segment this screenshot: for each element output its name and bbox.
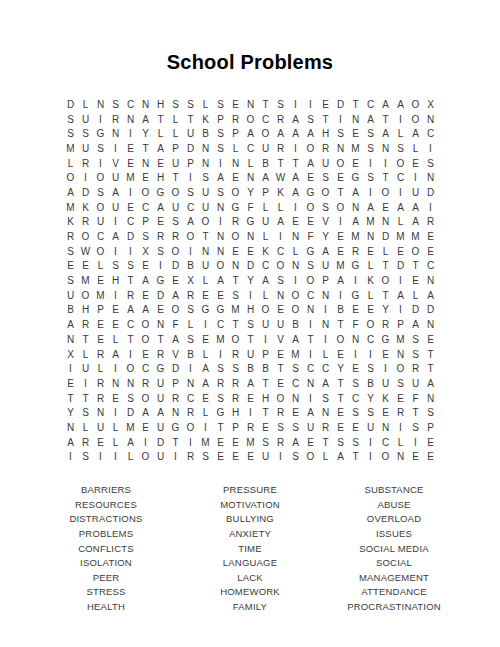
grid-cell-r7c7: G bbox=[153, 185, 168, 200]
grid-cell-r11c12: E bbox=[228, 244, 243, 259]
grid-cell-r3c18: H bbox=[318, 126, 333, 141]
grid-cell-r8c12: G bbox=[228, 200, 243, 215]
grid-cell-r5c3: I bbox=[93, 156, 108, 171]
grid-cell-r18c11: I bbox=[213, 347, 228, 362]
grid-cell-r10c11: N bbox=[213, 229, 228, 244]
grid-cell-r11c5: I bbox=[123, 244, 138, 259]
grid-cell-r20c22: U bbox=[378, 376, 393, 391]
grid-cell-r8c1: M bbox=[63, 200, 78, 215]
grid-cell-r9c25: R bbox=[423, 215, 438, 230]
grid-cell-r22c16: E bbox=[288, 405, 303, 420]
grid-cell-r24c14: S bbox=[258, 435, 273, 450]
grid-cell-r15c17: N bbox=[303, 303, 318, 318]
grid-cell-r22c4: I bbox=[108, 405, 123, 420]
grid-cell-r25c18: L bbox=[318, 450, 333, 465]
grid-cell-r10c25: E bbox=[423, 229, 438, 244]
grid-cell-r7c20: A bbox=[348, 185, 363, 200]
grid-cell-r11c14: K bbox=[258, 244, 273, 259]
grid-cell-r8c2: K bbox=[78, 200, 93, 215]
grid-cell-r4c12: L bbox=[228, 141, 243, 156]
grid-cell-r11c24: O bbox=[408, 244, 423, 259]
grid-cell-r11c16: L bbox=[288, 244, 303, 259]
grid-cell-r3c7: L bbox=[153, 126, 168, 141]
grid-cell-r6c12: E bbox=[228, 170, 243, 185]
grid-cell-r10c24: M bbox=[408, 229, 423, 244]
grid-cell-r19c2: U bbox=[78, 361, 93, 376]
grid-cell-r5c1: L bbox=[63, 156, 78, 171]
grid-cell-r4c19: N bbox=[333, 141, 348, 156]
word-list-item: SOCIAL bbox=[322, 556, 466, 571]
grid-cell-r16c11: C bbox=[213, 317, 228, 332]
grid-cell-r13c7: G bbox=[153, 273, 168, 288]
grid-cell-r14c6: E bbox=[138, 288, 153, 303]
grid-cell-r6c16: A bbox=[288, 170, 303, 185]
grid-cell-r19c3: L bbox=[93, 361, 108, 376]
grid-cell-r5c12: N bbox=[228, 156, 243, 171]
grid-cell-r5c14: B bbox=[258, 156, 273, 171]
grid-cell-r20c19: T bbox=[333, 376, 348, 391]
grid-cell-r14c11: E bbox=[213, 288, 228, 303]
grid-cell-r23c20: E bbox=[348, 420, 363, 435]
grid-cell-r22c7: A bbox=[153, 405, 168, 420]
grid-cell-r23c7: U bbox=[153, 420, 168, 435]
grid-cell-r18c10: L bbox=[198, 347, 213, 362]
grid-cell-r5c9: P bbox=[183, 156, 198, 171]
grid-cell-r23c18: R bbox=[318, 420, 333, 435]
grid-cell-r8c4: U bbox=[108, 200, 123, 215]
grid-cell-r23c16: S bbox=[288, 420, 303, 435]
grid-cell-r19c24: R bbox=[408, 361, 423, 376]
grid-cell-r16c16: B bbox=[288, 317, 303, 332]
grid-cell-r5c19: O bbox=[333, 156, 348, 171]
grid-cell-r7c11: S bbox=[213, 185, 228, 200]
grid-cell-r12c3: L bbox=[93, 259, 108, 274]
grid-cell-r5c13: L bbox=[243, 156, 258, 171]
grid-cell-r20c13: A bbox=[243, 376, 258, 391]
grid-cell-r22c11: G bbox=[213, 405, 228, 420]
grid-cell-r8c14: L bbox=[258, 200, 273, 215]
grid-cell-r18c22: E bbox=[378, 347, 393, 362]
grid-cell-r19c20: E bbox=[348, 361, 363, 376]
grid-cell-r1c8: S bbox=[168, 97, 183, 112]
grid-cell-r23c19: E bbox=[333, 420, 348, 435]
grid-cell-r5c21: I bbox=[363, 156, 378, 171]
grid-cell-r18c4: A bbox=[108, 347, 123, 362]
word-list-column-3: SUBSTANCEABUSEOVERLOADISSUESSOCIAL MEDIA… bbox=[322, 483, 466, 615]
grid-cell-r14c12: S bbox=[228, 288, 243, 303]
grid-cell-r16c13: S bbox=[243, 317, 258, 332]
grid-cell-r5c10: N bbox=[198, 156, 213, 171]
grid-cell-r24c25: E bbox=[423, 435, 438, 450]
grid-cell-r14c22: T bbox=[378, 288, 393, 303]
grid-cell-r19c1: I bbox=[63, 361, 78, 376]
grid-cell-r21c9: C bbox=[183, 391, 198, 406]
grid-cell-r3c22: A bbox=[378, 126, 393, 141]
grid-cell-r10c7: R bbox=[153, 229, 168, 244]
grid-cell-r6c17: E bbox=[303, 170, 318, 185]
grid-cell-r14c15: N bbox=[273, 288, 288, 303]
grid-cell-r8c11: N bbox=[213, 200, 228, 215]
grid-cell-r25c23: N bbox=[393, 450, 408, 465]
grid-cell-r3c24: A bbox=[408, 126, 423, 141]
grid-cell-r13c11: A bbox=[213, 273, 228, 288]
grid-cell-r15c5: A bbox=[123, 303, 138, 318]
grid-cell-r23c25: P bbox=[423, 420, 438, 435]
grid-cell-r21c3: R bbox=[93, 391, 108, 406]
grid-cell-r15c22: Y bbox=[378, 303, 393, 318]
grid-cell-r8c3: O bbox=[93, 200, 108, 215]
grid-cell-r7c4: A bbox=[108, 185, 123, 200]
grid-cell-r19c9: I bbox=[183, 361, 198, 376]
grid-cell-r13c24: E bbox=[408, 273, 423, 288]
grid-cell-r23c22: N bbox=[378, 420, 393, 435]
grid-cell-r22c5: D bbox=[123, 405, 138, 420]
grid-cell-r24c11: E bbox=[213, 435, 228, 450]
grid-cell-r17c13: T bbox=[243, 332, 258, 347]
grid-cell-r3c17: A bbox=[303, 126, 318, 141]
grid-cell-r5c20: E bbox=[348, 156, 363, 171]
grid-cell-r14c10: E bbox=[198, 288, 213, 303]
grid-cell-r22c22: E bbox=[378, 405, 393, 420]
grid-cell-r16c2: R bbox=[78, 317, 93, 332]
grid-cell-r16c17: I bbox=[303, 317, 318, 332]
grid-cell-r1c17: I bbox=[303, 97, 318, 112]
grid-cell-r18c16: M bbox=[288, 347, 303, 362]
grid-cell-r12c18: U bbox=[318, 259, 333, 274]
grid-cell-r16c12: T bbox=[228, 317, 243, 332]
grid-cell-r9c13: G bbox=[243, 215, 258, 230]
grid-cell-r8c6: C bbox=[138, 200, 153, 215]
grid-cell-r11c23: E bbox=[393, 244, 408, 259]
grid-cell-r3c25: C bbox=[423, 126, 438, 141]
grid-cell-r24c17: E bbox=[303, 435, 318, 450]
grid-cell-r20c12: R bbox=[228, 376, 243, 391]
grid-cell-r17c1: N bbox=[63, 332, 78, 347]
grid-cell-r10c14: L bbox=[258, 229, 273, 244]
grid-cell-r15c3: P bbox=[93, 303, 108, 318]
grid-cell-r3c16: A bbox=[288, 126, 303, 141]
grid-cell-r16c6: O bbox=[138, 317, 153, 332]
grid-cell-r21c16: N bbox=[288, 391, 303, 406]
grid-cell-r13c18: P bbox=[318, 273, 333, 288]
grid-cell-r7c12: O bbox=[228, 185, 243, 200]
grid-cell-r1c7: H bbox=[153, 97, 168, 112]
grid-cell-r13c25: N bbox=[423, 273, 438, 288]
grid-cell-r10c9: O bbox=[183, 229, 198, 244]
grid-cell-r2c9: T bbox=[183, 112, 198, 127]
grid-cell-r25c11: E bbox=[213, 450, 228, 465]
grid-cell-r5c22: I bbox=[378, 156, 393, 171]
grid-cell-r10c23: M bbox=[393, 229, 408, 244]
grid-cell-r13c12: T bbox=[228, 273, 243, 288]
grid-cell-r15c7: E bbox=[153, 303, 168, 318]
grid-cell-r6c11: A bbox=[213, 170, 228, 185]
grid-cell-r5c24: E bbox=[408, 156, 423, 171]
grid-cell-r16c15: U bbox=[273, 317, 288, 332]
grid-cell-r11c7: S bbox=[153, 244, 168, 259]
grid-cell-r21c6: O bbox=[138, 391, 153, 406]
grid-cell-r6c10: S bbox=[198, 170, 213, 185]
grid-cell-r3c19: S bbox=[333, 126, 348, 141]
grid-cell-r6c8: T bbox=[168, 170, 183, 185]
puzzle-title: School Problems bbox=[0, 51, 500, 74]
grid-cell-r6c25: N bbox=[423, 170, 438, 185]
grid-cell-r25c21: I bbox=[363, 450, 378, 465]
grid-cell-r12c16: N bbox=[288, 259, 303, 274]
grid-cell-r9c19: I bbox=[333, 215, 348, 230]
grid-cell-r23c21: U bbox=[363, 420, 378, 435]
grid-cell-r19c7: G bbox=[153, 361, 168, 376]
grid-cell-r18c15: E bbox=[273, 347, 288, 362]
grid-cell-r7c15: K bbox=[273, 185, 288, 200]
grid-cell-r9c15: A bbox=[273, 215, 288, 230]
grid-cell-r9c8: S bbox=[168, 215, 183, 230]
grid-cell-r10c6: S bbox=[138, 229, 153, 244]
grid-cell-r19c18: C bbox=[318, 361, 333, 376]
letter-grid: DLNSCNHSSLSENTSIIEDTCAAOXSUIRNATLTKPROCR… bbox=[63, 97, 438, 464]
grid-cell-r2c15: R bbox=[273, 112, 288, 127]
grid-cell-r18c9: B bbox=[183, 347, 198, 362]
grid-cell-r15c14: O bbox=[258, 303, 273, 318]
grid-cell-r4c18: R bbox=[318, 141, 333, 156]
grid-cell-r1c23: A bbox=[393, 97, 408, 112]
grid-cell-r1c20: T bbox=[348, 97, 363, 112]
grid-cell-r8c15: L bbox=[273, 200, 288, 215]
grid-cell-r22c23: R bbox=[393, 405, 408, 420]
grid-cell-r19c11: S bbox=[213, 361, 228, 376]
grid-cell-r24c22: C bbox=[378, 435, 393, 450]
grid-cell-r14c2: O bbox=[78, 288, 93, 303]
grid-cell-r8c22: E bbox=[378, 200, 393, 215]
grid-cell-r7c14: P bbox=[258, 185, 273, 200]
grid-cell-r15c15: E bbox=[273, 303, 288, 318]
grid-cell-r18c14: P bbox=[258, 347, 273, 362]
grid-cell-r12c9: B bbox=[183, 259, 198, 274]
grid-cell-r25c1: I bbox=[63, 450, 78, 465]
grid-cell-r1c21: C bbox=[363, 97, 378, 112]
grid-cell-r12c13: D bbox=[243, 259, 258, 274]
grid-cell-r13c14: A bbox=[258, 273, 273, 288]
grid-cell-r8c8: U bbox=[168, 200, 183, 215]
grid-cell-r25c14: U bbox=[258, 450, 273, 465]
grid-cell-r8c9: C bbox=[183, 200, 198, 215]
grid-cell-r21c7: U bbox=[153, 391, 168, 406]
grid-cell-r13c8: E bbox=[168, 273, 183, 288]
grid-cell-r18c3: R bbox=[93, 347, 108, 362]
word-list-item: RESOURCES bbox=[34, 498, 178, 513]
grid-cell-r6c24: I bbox=[408, 170, 423, 185]
grid-cell-r5c4: V bbox=[108, 156, 123, 171]
grid-cell-r3c8: L bbox=[168, 126, 183, 141]
grid-cell-r11c20: R bbox=[348, 244, 363, 259]
grid-cell-r10c15: I bbox=[273, 229, 288, 244]
grid-cell-r14c24: L bbox=[408, 288, 423, 303]
grid-cell-r22c14: T bbox=[258, 405, 273, 420]
grid-cell-r24c10: M bbox=[198, 435, 213, 450]
grid-cell-r12c12: N bbox=[228, 259, 243, 274]
grid-cell-r11c19: E bbox=[333, 244, 348, 259]
word-list-column-1: BARRIERSRESOURCESDISTRACTIONSPROBLEMSCON… bbox=[34, 483, 178, 615]
grid-cell-r12c2: E bbox=[78, 259, 93, 274]
grid-cell-r13c6: A bbox=[138, 273, 153, 288]
grid-cell-r21c25: N bbox=[423, 391, 438, 406]
grid-cell-r12c23: D bbox=[393, 259, 408, 274]
grid-cell-r2c18: T bbox=[318, 112, 333, 127]
grid-cell-r12c6: E bbox=[138, 259, 153, 274]
grid-cell-r14c1: U bbox=[63, 288, 78, 303]
grid-cell-r6c6: E bbox=[138, 170, 153, 185]
grid-cell-r5c8: U bbox=[168, 156, 183, 171]
grid-cell-r19c5: O bbox=[123, 361, 138, 376]
grid-cell-r4c7: A bbox=[153, 141, 168, 156]
grid-cell-r4c16: I bbox=[288, 141, 303, 156]
grid-cell-r4c17: O bbox=[303, 141, 318, 156]
grid-cell-r11c9: I bbox=[183, 244, 198, 259]
grid-cell-r23c5: M bbox=[123, 420, 138, 435]
grid-cell-r15c19: B bbox=[333, 303, 348, 318]
grid-cell-r15c10: G bbox=[198, 303, 213, 318]
grid-cell-r11c18: A bbox=[318, 244, 333, 259]
grid-cell-r21c23: E bbox=[393, 391, 408, 406]
grid-cell-r8c24: A bbox=[408, 200, 423, 215]
grid-cell-r18c20: I bbox=[348, 347, 363, 362]
grid-cell-r18c23: N bbox=[393, 347, 408, 362]
grid-cell-r17c9: S bbox=[183, 332, 198, 347]
grid-cell-r25c22: O bbox=[378, 450, 393, 465]
grid-cell-r25c19: A bbox=[333, 450, 348, 465]
grid-cell-r18c25: T bbox=[423, 347, 438, 362]
grid-cell-r13c23: I bbox=[393, 273, 408, 288]
grid-cell-r9c12: R bbox=[228, 215, 243, 230]
grid-cell-r19c12: S bbox=[228, 361, 243, 376]
grid-cell-r14c19: I bbox=[333, 288, 348, 303]
word-list-item: STRESS bbox=[34, 585, 178, 600]
word-list-item: MANAGEMENT bbox=[322, 571, 466, 586]
grid-cell-r2c14: C bbox=[258, 112, 273, 127]
grid-cell-r9c16: E bbox=[288, 215, 303, 230]
grid-cell-r6c1: O bbox=[63, 170, 78, 185]
grid-cell-r2c13: O bbox=[243, 112, 258, 127]
grid-cell-r25c8: I bbox=[168, 450, 183, 465]
grid-cell-r25c20: T bbox=[348, 450, 363, 465]
grid-cell-r8c16: I bbox=[288, 200, 303, 215]
grid-cell-r9c4: I bbox=[108, 215, 123, 230]
grid-cell-r7c6: O bbox=[138, 185, 153, 200]
grid-cell-r16c22: R bbox=[378, 317, 393, 332]
grid-cell-r13c3: E bbox=[93, 273, 108, 288]
grid-cell-r24c2: R bbox=[78, 435, 93, 450]
grid-cell-r1c2: L bbox=[78, 97, 93, 112]
grid-cell-r6c21: S bbox=[363, 170, 378, 185]
word-list-item: ANXIETY bbox=[178, 527, 322, 542]
grid-cell-r16c19: T bbox=[333, 317, 348, 332]
grid-cell-r21c19: T bbox=[333, 391, 348, 406]
grid-cell-r25c12: E bbox=[228, 450, 243, 465]
grid-cell-r9c14: U bbox=[258, 215, 273, 230]
grid-cell-r19c4: I bbox=[108, 361, 123, 376]
grid-cell-r8c7: A bbox=[153, 200, 168, 215]
grid-cell-r10c4: A bbox=[108, 229, 123, 244]
grid-cell-r4c21: S bbox=[363, 141, 378, 156]
grid-cell-r14c21: L bbox=[363, 288, 378, 303]
worksheet-page: School Problems DLNSCNHSSLSENTSIIEDTCAAO… bbox=[0, 0, 500, 647]
grid-cell-r24c7: D bbox=[153, 435, 168, 450]
grid-cell-r21c13: E bbox=[243, 391, 258, 406]
grid-cell-r9c23: L bbox=[393, 215, 408, 230]
grid-cell-r2c6: A bbox=[138, 112, 153, 127]
grid-cell-r14c3: M bbox=[93, 288, 108, 303]
grid-cell-r17c15: V bbox=[273, 332, 288, 347]
grid-cell-r1c5: C bbox=[123, 97, 138, 112]
grid-cell-r6c15: W bbox=[273, 170, 288, 185]
grid-cell-r6c4: U bbox=[108, 170, 123, 185]
grid-cell-r12c21: L bbox=[363, 259, 378, 274]
grid-cell-r16c25: N bbox=[423, 317, 438, 332]
grid-cell-r9c17: E bbox=[303, 215, 318, 230]
grid-cell-r20c25: A bbox=[423, 376, 438, 391]
grid-cell-r17c19: O bbox=[333, 332, 348, 347]
grid-cell-r17c11: M bbox=[213, 332, 228, 347]
grid-cell-r1c4: S bbox=[108, 97, 123, 112]
grid-cell-r19c21: S bbox=[363, 361, 378, 376]
grid-cell-r7c23: I bbox=[393, 185, 408, 200]
word-list-item: FAMILY bbox=[178, 600, 322, 615]
grid-cell-r4c1: M bbox=[63, 141, 78, 156]
grid-cell-r20c6: R bbox=[138, 376, 153, 391]
grid-cell-r21c20: C bbox=[348, 391, 363, 406]
word-list-item: LACK bbox=[178, 571, 322, 586]
grid-cell-r15c23: I bbox=[393, 303, 408, 318]
grid-cell-r8c5: E bbox=[123, 200, 138, 215]
grid-cell-r17c3: E bbox=[93, 332, 108, 347]
grid-cell-r7c1: A bbox=[63, 185, 78, 200]
grid-cell-r7c8: O bbox=[168, 185, 183, 200]
grid-cell-r2c1: S bbox=[63, 112, 78, 127]
grid-cell-r5c25: S bbox=[423, 156, 438, 171]
grid-cell-r25c6: O bbox=[138, 450, 153, 465]
grid-cell-r16c14: U bbox=[258, 317, 273, 332]
grid-cell-r9c24: A bbox=[408, 215, 423, 230]
grid-cell-r15c24: D bbox=[408, 303, 423, 318]
grid-cell-r7c10: U bbox=[198, 185, 213, 200]
grid-cell-r2c25: N bbox=[423, 112, 438, 127]
grid-cell-r4c25: I bbox=[423, 141, 438, 156]
grid-cell-r4c2: U bbox=[78, 141, 93, 156]
word-list-item: ATTENDANCE bbox=[322, 585, 466, 600]
word-list-column-2: PRESSUREMOTIVATIONBULLYINGANXIETYTIMELAN… bbox=[178, 483, 322, 615]
grid-cell-r6c9: I bbox=[183, 170, 198, 185]
grid-cell-r23c9: O bbox=[183, 420, 198, 435]
grid-cell-r25c16: S bbox=[288, 450, 303, 465]
grid-cell-r12c11: O bbox=[213, 259, 228, 274]
grid-cell-r9c20: A bbox=[348, 215, 363, 230]
grid-cell-r15c8: O bbox=[168, 303, 183, 318]
grid-cell-r4c20: M bbox=[348, 141, 363, 156]
word-list: BARRIERSRESOURCESDISTRACTIONSPROBLEMSCON… bbox=[34, 483, 466, 615]
grid-cell-r20c11: R bbox=[213, 376, 228, 391]
grid-cell-r1c9: S bbox=[183, 97, 198, 112]
grid-cell-r7c22: O bbox=[378, 185, 393, 200]
grid-cell-r3c9: U bbox=[183, 126, 198, 141]
grid-cell-r9c10: O bbox=[198, 215, 213, 230]
grid-cell-r24c5: A bbox=[123, 435, 138, 450]
grid-cell-r9c6: P bbox=[138, 215, 153, 230]
grid-cell-r11c25: E bbox=[423, 244, 438, 259]
grid-cell-r25c13: E bbox=[243, 450, 258, 465]
grid-cell-r24c16: A bbox=[288, 435, 303, 450]
grid-cell-r5c7: E bbox=[153, 156, 168, 171]
grid-cell-r9c21: M bbox=[363, 215, 378, 230]
